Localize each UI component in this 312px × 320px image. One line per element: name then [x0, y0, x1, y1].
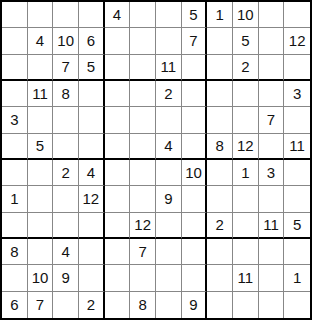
cell-r10c8-empty[interactable]: [182, 239, 208, 265]
cell-r8c10-empty[interactable]: [233, 186, 259, 212]
cell-r5c7-empty[interactable]: [156, 107, 182, 133]
cell-r12c8-given: 9: [182, 292, 208, 318]
cell-r1c4-empty[interactable]: [79, 2, 105, 28]
cell-r4c1-empty[interactable]: [2, 81, 28, 107]
cell-r8c1-given: 1: [2, 186, 28, 212]
cell-r9c8-empty[interactable]: [182, 213, 208, 239]
cell-r2c8-given: 7: [182, 28, 208, 54]
cell-r7c8-given: 10: [182, 160, 208, 186]
cell-r3c10-given: 2: [233, 55, 259, 81]
cell-r12c10-empty[interactable]: [233, 292, 259, 318]
cell-r2c5-empty[interactable]: [105, 28, 131, 54]
cell-r3c9-empty[interactable]: [207, 55, 233, 81]
cell-r6c11-empty[interactable]: [259, 134, 285, 160]
cell-r9c1-empty[interactable]: [2, 213, 28, 239]
cell-r12c2-given: 7: [28, 292, 54, 318]
cell-r3c4-given: 5: [79, 55, 105, 81]
cell-r5c1-given: 3: [2, 107, 28, 133]
cell-r10c3-given: 4: [53, 239, 79, 265]
cell-r9c3-empty[interactable]: [53, 213, 79, 239]
cell-r8c4-given: 12: [79, 186, 105, 212]
cell-r10c1-given: 8: [2, 239, 28, 265]
cell-r2c11-empty[interactable]: [259, 28, 285, 54]
cell-r5c4-empty[interactable]: [79, 107, 105, 133]
cell-r1c5-given: 4: [105, 2, 131, 28]
cell-r1c2-empty[interactable]: [28, 2, 54, 28]
cell-r11c5-empty[interactable]: [105, 265, 131, 291]
cell-r12c6-given: 8: [130, 292, 156, 318]
cell-r12c9-empty[interactable]: [207, 292, 233, 318]
cell-r4c10-empty[interactable]: [233, 81, 259, 107]
cell-r7c7-empty[interactable]: [156, 160, 182, 186]
cell-r3c5-empty[interactable]: [105, 55, 131, 81]
cell-r4c11-empty[interactable]: [259, 81, 285, 107]
cell-r1c3-empty[interactable]: [53, 2, 79, 28]
cell-r4c12-given: 3: [284, 81, 310, 107]
cell-r4c6-empty[interactable]: [130, 81, 156, 107]
cell-r6c10-given: 12: [233, 134, 259, 160]
cell-r7c3-given: 2: [53, 160, 79, 186]
cell-r8c12-empty[interactable]: [284, 186, 310, 212]
cell-r9c7-empty[interactable]: [156, 213, 182, 239]
cell-r6c6-empty[interactable]: [130, 134, 156, 160]
cell-r2c6-empty[interactable]: [130, 28, 156, 54]
cell-r11c1-empty[interactable]: [2, 265, 28, 291]
cell-r8c6-empty[interactable]: [130, 186, 156, 212]
cell-r7c4-given: 4: [79, 160, 105, 186]
cell-r10c5-empty[interactable]: [105, 239, 131, 265]
cell-r5c11-given: 7: [259, 107, 285, 133]
cell-r8c2-empty[interactable]: [28, 186, 54, 212]
cell-r6c1-empty[interactable]: [2, 134, 28, 160]
cell-r2c4-given: 6: [79, 28, 105, 54]
cell-r9c5-empty[interactable]: [105, 213, 131, 239]
cell-r2c10-given: 5: [233, 28, 259, 54]
cell-r7c6-empty[interactable]: [130, 160, 156, 186]
cell-r4c4-empty[interactable]: [79, 81, 105, 107]
cell-r4c8-empty[interactable]: [182, 81, 208, 107]
cell-r11c11-empty[interactable]: [259, 265, 285, 291]
cell-r3c7-given: 11: [156, 55, 182, 81]
cell-r10c4-empty[interactable]: [79, 239, 105, 265]
cell-r9c11-given: 11: [259, 213, 285, 239]
cell-r4c3-given: 8: [53, 81, 79, 107]
cell-r6c5-empty[interactable]: [105, 134, 131, 160]
cell-r9c2-empty[interactable]: [28, 213, 54, 239]
cell-r12c5-empty[interactable]: [105, 292, 131, 318]
cell-r1c1-empty[interactable]: [2, 2, 28, 28]
cell-r9c10-empty[interactable]: [233, 213, 259, 239]
cell-r8c7-given: 9: [156, 186, 182, 212]
cell-r1c8-given: 5: [182, 2, 208, 28]
cell-r3c12-empty[interactable]: [284, 55, 310, 81]
cell-r5c12-empty[interactable]: [284, 107, 310, 133]
cell-r10c12-empty[interactable]: [284, 239, 310, 265]
cell-r2c3-given: 10: [53, 28, 79, 54]
cell-r1c12-empty[interactable]: [284, 2, 310, 28]
cell-r1c10-given: 10: [233, 2, 259, 28]
cell-r11c9-empty[interactable]: [207, 265, 233, 291]
cell-r1c9-given: 1: [207, 2, 233, 28]
cell-r12c11-empty[interactable]: [259, 292, 285, 318]
cell-r11c4-empty[interactable]: [79, 265, 105, 291]
cell-r3c1-empty[interactable]: [2, 55, 28, 81]
cell-r12c4-given: 2: [79, 292, 105, 318]
cell-r7c5-empty[interactable]: [105, 160, 131, 186]
cell-r6c7-given: 4: [156, 134, 182, 160]
cell-r2c9-empty[interactable]: [207, 28, 233, 54]
sudoku-board: 4511041067512751121182337548121124101311…: [0, 0, 312, 320]
cell-r6c2-given: 5: [28, 134, 54, 160]
cell-r9c9-given: 2: [207, 213, 233, 239]
cell-r5c2-empty[interactable]: [28, 107, 54, 133]
cell-r7c1-empty[interactable]: [2, 160, 28, 186]
cell-r11c12-given: 1: [284, 265, 310, 291]
cell-r4c9-empty[interactable]: [207, 81, 233, 107]
cell-r11c2-given: 10: [28, 265, 54, 291]
cell-r12c7-empty[interactable]: [156, 292, 182, 318]
cell-r5c3-empty[interactable]: [53, 107, 79, 133]
cell-r5c9-empty[interactable]: [207, 107, 233, 133]
cell-r6c8-empty[interactable]: [182, 134, 208, 160]
cell-r2c1-empty[interactable]: [2, 28, 28, 54]
cell-r5c10-empty[interactable]: [233, 107, 259, 133]
cell-r3c2-empty[interactable]: [28, 55, 54, 81]
cell-r8c5-empty[interactable]: [105, 186, 131, 212]
cell-r9c6-given: 12: [130, 213, 156, 239]
cell-r3c6-empty[interactable]: [130, 55, 156, 81]
cell-r7c2-empty[interactable]: [28, 160, 54, 186]
cell-r7c12-empty[interactable]: [284, 160, 310, 186]
cell-r1c11-empty[interactable]: [259, 2, 285, 28]
cell-r4c2-given: 11: [28, 81, 54, 107]
cell-r12c12-empty[interactable]: [284, 292, 310, 318]
cell-r1c7-empty[interactable]: [156, 2, 182, 28]
cell-r10c2-empty[interactable]: [28, 239, 54, 265]
cell-r8c9-empty[interactable]: [207, 186, 233, 212]
cell-r12c1-given: 6: [2, 292, 28, 318]
cell-r9c4-empty[interactable]: [79, 213, 105, 239]
cell-r8c3-empty[interactable]: [53, 186, 79, 212]
cell-r3c11-empty[interactable]: [259, 55, 285, 81]
cell-r11c10-given: 11: [233, 265, 259, 291]
cell-r7c10-given: 1: [233, 160, 259, 186]
cell-r6c9-given: 8: [207, 134, 233, 160]
cell-r5c6-empty[interactable]: [130, 107, 156, 133]
cell-r6c3-empty[interactable]: [53, 134, 79, 160]
cell-r3c8-empty[interactable]: [182, 55, 208, 81]
cell-r10c11-empty[interactable]: [259, 239, 285, 265]
cell-r9c12-given: 5: [284, 213, 310, 239]
cell-r10c10-empty[interactable]: [233, 239, 259, 265]
cell-r11c8-empty[interactable]: [182, 265, 208, 291]
cell-r4c7-given: 2: [156, 81, 182, 107]
cell-r8c8-empty[interactable]: [182, 186, 208, 212]
cell-r5c5-empty[interactable]: [105, 107, 131, 133]
cell-r7c11-given: 3: [259, 160, 285, 186]
cell-r5c8-empty[interactable]: [182, 107, 208, 133]
cell-r11c7-empty[interactable]: [156, 265, 182, 291]
cell-r4c5-empty[interactable]: [105, 81, 131, 107]
cell-r10c7-empty[interactable]: [156, 239, 182, 265]
cell-r10c6-given: 7: [130, 239, 156, 265]
cell-r7c9-empty[interactable]: [207, 160, 233, 186]
cell-r8c11-empty[interactable]: [259, 186, 285, 212]
cell-r12c3-empty[interactable]: [53, 292, 79, 318]
cell-r6c12-given: 11: [284, 134, 310, 160]
cell-r2c7-empty[interactable]: [156, 28, 182, 54]
cell-r2c2-given: 4: [28, 28, 54, 54]
cell-r11c3-given: 9: [53, 265, 79, 291]
cell-r2c12-given: 12: [284, 28, 310, 54]
cell-r6c4-empty[interactable]: [79, 134, 105, 160]
cell-r1c6-empty[interactable]: [130, 2, 156, 28]
cell-r10c9-empty[interactable]: [207, 239, 233, 265]
cell-r11c6-empty[interactable]: [130, 265, 156, 291]
cell-r3c3-given: 7: [53, 55, 79, 81]
